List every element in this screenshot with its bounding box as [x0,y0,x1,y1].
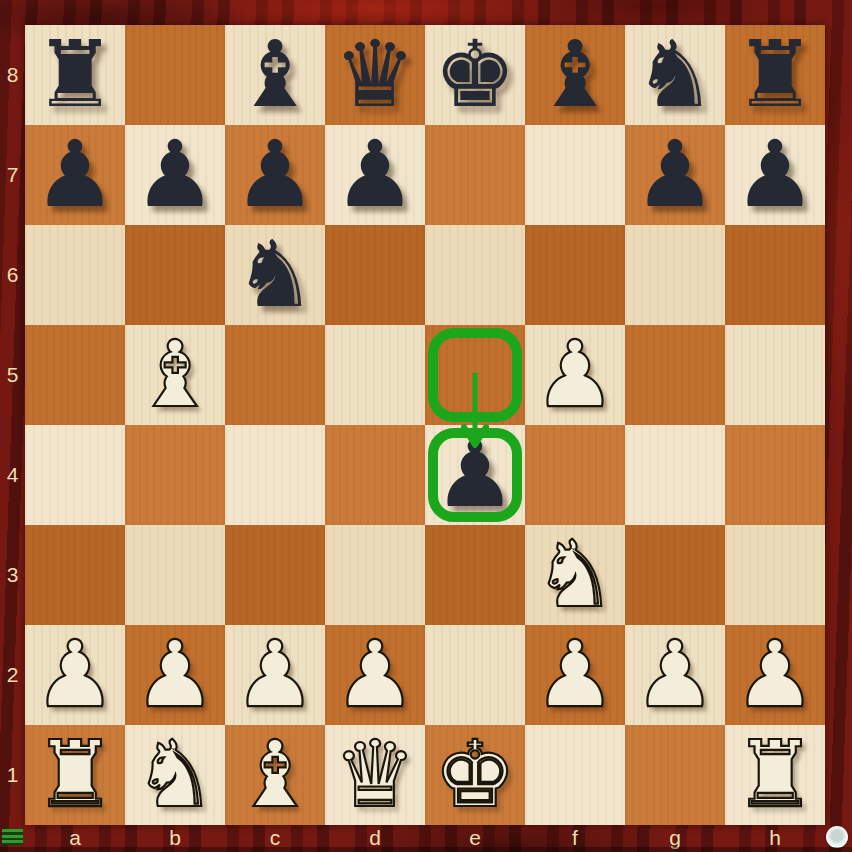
rank-label-2: 2 [0,625,25,725]
piece-white-pawn[interactable]: ♟ [634,625,716,725]
square-c6[interactable]: ♞ [225,225,325,325]
square-h1[interactable]: ♜ [725,725,825,825]
square-g8[interactable]: ♞ [625,25,725,125]
piece-black-queen[interactable]: ♛ [334,25,416,125]
chess-board: ♜♝♛♚♝♞♜♟♟♟♟♟♟♞♝♟♟♞♟♟♟♟♟♟♟♜♞♝♛♚♜ [25,25,825,825]
rank-label-8: 8 [0,25,25,125]
piece-black-pawn[interactable]: ♟ [434,425,516,525]
rank-label-5: 5 [0,325,25,425]
menu-hamburger-icon[interactable] [2,829,23,845]
square-c5[interactable] [225,325,325,425]
piece-white-queen[interactable]: ♛ [334,725,416,825]
piece-white-bishop[interactable]: ♝ [234,725,316,825]
square-b5[interactable]: ♝ [125,325,225,425]
rank-label-3: 3 [0,525,25,625]
square-a1[interactable]: ♜ [25,725,125,825]
square-a6[interactable] [25,225,125,325]
square-b3[interactable] [125,525,225,625]
square-b4[interactable] [125,425,225,525]
square-g6[interactable] [625,225,725,325]
piece-white-pawn[interactable]: ♟ [534,325,616,425]
piece-black-pawn[interactable]: ♟ [34,125,116,225]
square-c3[interactable] [225,525,325,625]
square-e4[interactable]: ♟ [425,425,525,525]
square-c7[interactable]: ♟ [225,125,325,225]
file-label-f: f [525,825,625,852]
square-h4[interactable] [725,425,825,525]
piece-white-pawn[interactable]: ♟ [134,625,216,725]
square-b2[interactable]: ♟ [125,625,225,725]
square-d1[interactable]: ♛ [325,725,425,825]
square-h7[interactable]: ♟ [725,125,825,225]
piece-black-knight[interactable]: ♞ [234,225,316,325]
square-c4[interactable] [225,425,325,525]
square-a4[interactable] [25,425,125,525]
piece-black-pawn[interactable]: ♟ [334,125,416,225]
square-a7[interactable]: ♟ [25,125,125,225]
square-b1[interactable]: ♞ [125,725,225,825]
square-g5[interactable] [625,325,725,425]
square-e7[interactable] [425,125,525,225]
square-c1[interactable]: ♝ [225,725,325,825]
square-c8[interactable]: ♝ [225,25,325,125]
piece-black-bishop[interactable]: ♝ [534,25,616,125]
square-d3[interactable] [325,525,425,625]
piece-white-bishop[interactable]: ♝ [134,325,216,425]
square-d6[interactable] [325,225,425,325]
square-f5[interactable]: ♟ [525,325,625,425]
square-h6[interactable] [725,225,825,325]
file-label-d: d [325,825,425,852]
piece-black-rook[interactable]: ♜ [734,25,816,125]
file-label-h: h [725,825,825,852]
file-label-b: b [125,825,225,852]
square-e8[interactable]: ♚ [425,25,525,125]
square-h5[interactable] [725,325,825,425]
square-f6[interactable] [525,225,625,325]
board-frame: ♜♝♛♚♝♞♜♟♟♟♟♟♟♞♝♟♟♞♟♟♟♟♟♟♟♜♞♝♛♚♜ 87654321… [0,0,852,852]
piece-black-rook[interactable]: ♜ [34,25,116,125]
square-d2[interactable]: ♟ [325,625,425,725]
square-b7[interactable]: ♟ [125,125,225,225]
piece-black-pawn[interactable]: ♟ [134,125,216,225]
square-e5[interactable] [425,325,525,425]
square-f1[interactable] [525,725,625,825]
piece-white-pawn[interactable]: ♟ [334,625,416,725]
square-g3[interactable] [625,525,725,625]
square-h3[interactable] [725,525,825,625]
piece-black-pawn[interactable]: ♟ [234,125,316,225]
square-f3[interactable]: ♞ [525,525,625,625]
rank-label-1: 1 [0,725,25,825]
piece-black-knight[interactable]: ♞ [634,25,716,125]
piece-black-pawn[interactable]: ♟ [634,125,716,225]
square-e6[interactable] [425,225,525,325]
square-f7[interactable] [525,125,625,225]
square-a2[interactable]: ♟ [25,625,125,725]
square-f8[interactable]: ♝ [525,25,625,125]
piece-white-pawn[interactable]: ♟ [234,625,316,725]
piece-white-pawn[interactable]: ♟ [734,625,816,725]
square-b8[interactable] [125,25,225,125]
square-d8[interactable]: ♛ [325,25,425,125]
piece-white-pawn[interactable]: ♟ [34,625,116,725]
square-d4[interactable] [325,425,425,525]
rank-label-4: 4 [0,425,25,525]
square-f2[interactable]: ♟ [525,625,625,725]
piece-white-rook[interactable]: ♜ [34,725,116,825]
file-label-c: c [225,825,325,852]
square-e2[interactable] [425,625,525,725]
piece-white-rook[interactable]: ♜ [734,725,816,825]
square-c2[interactable]: ♟ [225,625,325,725]
square-d7[interactable]: ♟ [325,125,425,225]
rank-label-6: 6 [0,225,25,325]
square-h2[interactable]: ♟ [725,625,825,725]
file-label-a: a [25,825,125,852]
square-g4[interactable] [625,425,725,525]
piece-black-bishop[interactable]: ♝ [234,25,316,125]
piece-white-pawn[interactable]: ♟ [534,625,616,725]
square-a5[interactable] [25,325,125,425]
square-d5[interactable] [325,325,425,425]
square-b6[interactable] [125,225,225,325]
file-label-g: g [625,825,725,852]
file-label-e: e [425,825,525,852]
rank-label-7: 7 [0,125,25,225]
square-a8[interactable]: ♜ [25,25,125,125]
status-indicator-dot[interactable] [826,826,848,848]
piece-white-knight[interactable]: ♞ [134,725,216,825]
piece-white-king[interactable]: ♚ [434,725,516,825]
square-e3[interactable] [425,525,525,625]
piece-black-pawn[interactable]: ♟ [734,125,816,225]
square-g1[interactable] [625,725,725,825]
square-g7[interactable]: ♟ [625,125,725,225]
square-a3[interactable] [25,525,125,625]
square-f4[interactable] [525,425,625,525]
square-h8[interactable]: ♜ [725,25,825,125]
square-e1[interactable]: ♚ [425,725,525,825]
piece-black-king[interactable]: ♚ [434,25,516,125]
square-g2[interactable]: ♟ [625,625,725,725]
piece-white-knight[interactable]: ♞ [534,525,616,625]
